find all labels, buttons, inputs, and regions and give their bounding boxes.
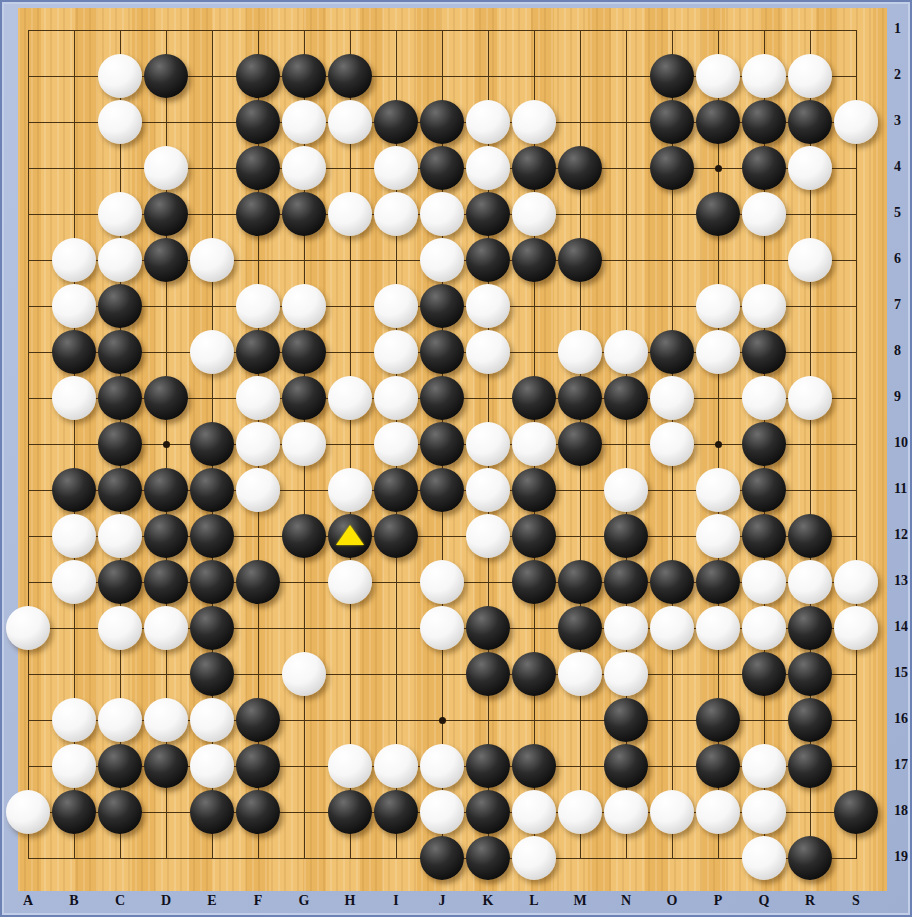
stone-black	[788, 100, 832, 144]
row-label: 14	[894, 619, 912, 635]
stone-white	[420, 192, 464, 236]
stone-black	[788, 698, 832, 742]
stone-black	[742, 100, 786, 144]
stone-white	[604, 606, 648, 650]
stone-black	[190, 652, 234, 696]
stone-white	[98, 514, 142, 558]
stone-white	[328, 560, 372, 604]
stone-white	[512, 790, 556, 834]
stone-black	[144, 514, 188, 558]
stone-white	[558, 790, 602, 834]
stone-black	[190, 422, 234, 466]
column-label: E	[197, 893, 227, 909]
row-label: 13	[894, 573, 912, 589]
stone-black	[512, 238, 556, 282]
stone-white	[236, 468, 280, 512]
stone-black	[788, 652, 832, 696]
stone-white	[834, 560, 878, 604]
stone-white	[328, 744, 372, 788]
stone-black	[374, 790, 418, 834]
stone-black	[558, 422, 602, 466]
stone-black	[98, 284, 142, 328]
stone-black	[558, 560, 602, 604]
stone-white	[696, 606, 740, 650]
stone-white	[420, 744, 464, 788]
stone-white	[466, 146, 510, 190]
stone-black	[420, 836, 464, 880]
stone-black	[52, 468, 96, 512]
stone-white	[236, 422, 280, 466]
stone-black	[282, 330, 326, 374]
column-label: N	[611, 893, 641, 909]
stone-black	[512, 468, 556, 512]
stone-white	[282, 146, 326, 190]
stone-black	[282, 376, 326, 420]
stone-black	[52, 330, 96, 374]
stone-black	[742, 468, 786, 512]
stone-white	[650, 606, 694, 650]
stone-black	[742, 330, 786, 374]
stone-white	[650, 790, 694, 834]
stone-black	[604, 514, 648, 558]
column-label: L	[519, 893, 549, 909]
column-label: O	[657, 893, 687, 909]
row-label: 15	[894, 665, 912, 681]
stone-black	[144, 560, 188, 604]
stone-white	[742, 376, 786, 420]
stone-black	[512, 514, 556, 558]
row-label: 3	[894, 113, 912, 129]
stone-black	[236, 330, 280, 374]
stone-white	[466, 330, 510, 374]
stone-black	[558, 238, 602, 282]
stone-white	[558, 652, 602, 696]
stone-white	[6, 790, 50, 834]
column-label: P	[703, 893, 733, 909]
stone-black	[52, 790, 96, 834]
stone-black	[236, 790, 280, 834]
stone-black	[558, 376, 602, 420]
stone-black	[236, 560, 280, 604]
stone-white	[696, 54, 740, 98]
star-point	[715, 441, 722, 448]
row-label: 6	[894, 251, 912, 267]
stone-white	[420, 560, 464, 604]
stone-white	[788, 376, 832, 420]
stone-white	[328, 100, 372, 144]
stone-white	[374, 744, 418, 788]
row-label: 16	[894, 711, 912, 727]
stone-black	[604, 698, 648, 742]
stone-white	[742, 744, 786, 788]
stone-white	[6, 606, 50, 650]
stone-black	[374, 100, 418, 144]
stone-white	[282, 422, 326, 466]
stone-black	[650, 146, 694, 190]
column-label: R	[795, 893, 825, 909]
stone-white	[190, 698, 234, 742]
stone-black	[512, 560, 556, 604]
stone-black	[558, 146, 602, 190]
stone-white	[788, 146, 832, 190]
row-label: 12	[894, 527, 912, 543]
stone-black	[604, 560, 648, 604]
stone-white	[466, 422, 510, 466]
stone-white	[52, 560, 96, 604]
stone-white	[604, 468, 648, 512]
row-label: 7	[894, 297, 912, 313]
stone-white	[190, 744, 234, 788]
stone-black	[742, 652, 786, 696]
column-label: B	[59, 893, 89, 909]
stone-white	[98, 238, 142, 282]
column-label: H	[335, 893, 365, 909]
stone-black	[696, 100, 740, 144]
column-label: S	[841, 893, 871, 909]
row-label: 11	[894, 481, 912, 497]
row-label: 5	[894, 205, 912, 221]
stone-black	[420, 146, 464, 190]
stone-black	[466, 744, 510, 788]
stone-white	[742, 560, 786, 604]
stone-black	[420, 100, 464, 144]
stone-black	[420, 376, 464, 420]
stone-black	[190, 468, 234, 512]
stone-white	[512, 422, 556, 466]
stone-white	[374, 330, 418, 374]
stone-white	[788, 560, 832, 604]
star-point	[439, 717, 446, 724]
stone-black	[144, 238, 188, 282]
column-label: C	[105, 893, 135, 909]
stone-black	[282, 192, 326, 236]
stone-black	[788, 606, 832, 650]
stone-white	[52, 376, 96, 420]
stone-white	[466, 100, 510, 144]
stone-white	[696, 468, 740, 512]
stone-white	[236, 284, 280, 328]
stone-white	[788, 54, 832, 98]
stone-white	[420, 238, 464, 282]
stone-white	[696, 514, 740, 558]
stone-black	[98, 330, 142, 374]
column-label: J	[427, 893, 457, 909]
stone-white	[742, 284, 786, 328]
stone-black	[420, 468, 464, 512]
stone-black	[834, 790, 878, 834]
stone-white	[834, 606, 878, 650]
stone-white	[98, 698, 142, 742]
row-label: 1	[894, 21, 912, 37]
stone-black	[650, 560, 694, 604]
stone-black	[328, 790, 372, 834]
row-label: 18	[894, 803, 912, 819]
column-label: I	[381, 893, 411, 909]
stone-white	[328, 376, 372, 420]
stone-white	[742, 54, 786, 98]
stone-white	[98, 192, 142, 236]
stone-white	[52, 514, 96, 558]
stone-white	[420, 790, 464, 834]
stone-black	[236, 192, 280, 236]
stone-black	[558, 606, 602, 650]
stone-white	[466, 468, 510, 512]
stone-white	[282, 100, 326, 144]
row-label: 10	[894, 435, 912, 451]
stone-white	[604, 330, 648, 374]
stone-black	[512, 652, 556, 696]
stone-white	[374, 192, 418, 236]
stone-black	[236, 744, 280, 788]
stone-black	[144, 744, 188, 788]
stone-white	[466, 284, 510, 328]
board-frame: ABCDEFGHIJKLMNOPQRS123456789101112131415…	[0, 0, 912, 917]
go-board[interactable]	[18, 8, 887, 891]
stone-black	[696, 698, 740, 742]
stone-black	[236, 698, 280, 742]
stone-white	[604, 652, 648, 696]
stone-white	[190, 238, 234, 282]
stone-black	[650, 330, 694, 374]
row-label: 19	[894, 849, 912, 865]
stone-white	[236, 376, 280, 420]
stone-black	[190, 606, 234, 650]
stone-white	[52, 284, 96, 328]
stone-black	[420, 330, 464, 374]
stone-black	[788, 836, 832, 880]
star-point	[163, 441, 170, 448]
stone-black	[190, 560, 234, 604]
stone-black	[742, 514, 786, 558]
stone-white	[788, 238, 832, 282]
stone-black	[512, 744, 556, 788]
stone-white	[742, 606, 786, 650]
stone-black	[374, 468, 418, 512]
stone-black	[742, 146, 786, 190]
stone-white	[512, 836, 556, 880]
stone-white	[466, 514, 510, 558]
column-label: G	[289, 893, 319, 909]
stone-white	[144, 606, 188, 650]
stone-black	[466, 606, 510, 650]
stone-white	[52, 744, 96, 788]
stone-black	[466, 192, 510, 236]
stone-white	[742, 790, 786, 834]
stone-black	[98, 468, 142, 512]
stone-black	[98, 422, 142, 466]
stone-black	[144, 54, 188, 98]
stone-black	[788, 514, 832, 558]
stone-white	[98, 606, 142, 650]
stone-white	[144, 698, 188, 742]
stone-black	[98, 790, 142, 834]
stone-black	[190, 514, 234, 558]
stone-black	[190, 790, 234, 834]
stone-white	[374, 284, 418, 328]
stone-black	[696, 744, 740, 788]
stone-white	[374, 376, 418, 420]
stone-white	[696, 330, 740, 374]
stone-black	[788, 744, 832, 788]
stone-black	[650, 54, 694, 98]
column-label: D	[151, 893, 181, 909]
stone-black	[650, 100, 694, 144]
stone-white	[650, 422, 694, 466]
stone-white	[190, 330, 234, 374]
stone-black	[328, 54, 372, 98]
stone-black	[512, 146, 556, 190]
stone-white	[696, 790, 740, 834]
stone-black	[98, 744, 142, 788]
stone-white	[374, 422, 418, 466]
stone-black	[742, 422, 786, 466]
stone-white	[834, 100, 878, 144]
column-label: Q	[749, 893, 779, 909]
stone-white	[512, 192, 556, 236]
stone-black	[696, 192, 740, 236]
stone-black	[236, 146, 280, 190]
stone-black	[604, 744, 648, 788]
row-label: 2	[894, 67, 912, 83]
row-label: 17	[894, 757, 912, 773]
stone-black	[696, 560, 740, 604]
stone-white	[420, 606, 464, 650]
stone-white	[512, 100, 556, 144]
stone-black	[144, 376, 188, 420]
stone-black	[420, 284, 464, 328]
stone-black	[282, 514, 326, 558]
stone-white	[52, 698, 96, 742]
stone-white	[52, 238, 96, 282]
stone-black	[512, 376, 556, 420]
stone-black	[236, 100, 280, 144]
stone-white	[328, 192, 372, 236]
stone-white	[558, 330, 602, 374]
stone-black	[374, 514, 418, 558]
stone-white	[604, 790, 648, 834]
stone-white	[98, 100, 142, 144]
stone-white	[742, 192, 786, 236]
stone-black	[98, 376, 142, 420]
stone-black	[420, 422, 464, 466]
stone-black	[144, 192, 188, 236]
star-point	[715, 165, 722, 172]
stone-white	[98, 54, 142, 98]
stone-black	[466, 238, 510, 282]
stone-black	[604, 376, 648, 420]
stone-black	[466, 790, 510, 834]
row-label: 8	[894, 343, 912, 359]
stone-black	[282, 54, 326, 98]
stone-black	[144, 468, 188, 512]
column-label: K	[473, 893, 503, 909]
stone-white	[374, 146, 418, 190]
stone-white	[650, 376, 694, 420]
stone-black	[236, 54, 280, 98]
row-label: 9	[894, 389, 912, 405]
stone-white	[282, 652, 326, 696]
stone-black	[98, 560, 142, 604]
column-label: F	[243, 893, 273, 909]
column-label: M	[565, 893, 595, 909]
stone-white	[696, 284, 740, 328]
stone-white	[328, 468, 372, 512]
stone-white	[282, 284, 326, 328]
stone-white	[144, 146, 188, 190]
stone-black	[466, 836, 510, 880]
stone-black	[466, 652, 510, 696]
column-label: A	[13, 893, 43, 909]
row-label: 4	[894, 159, 912, 175]
stone-white	[742, 836, 786, 880]
triangle-marker	[336, 525, 364, 545]
